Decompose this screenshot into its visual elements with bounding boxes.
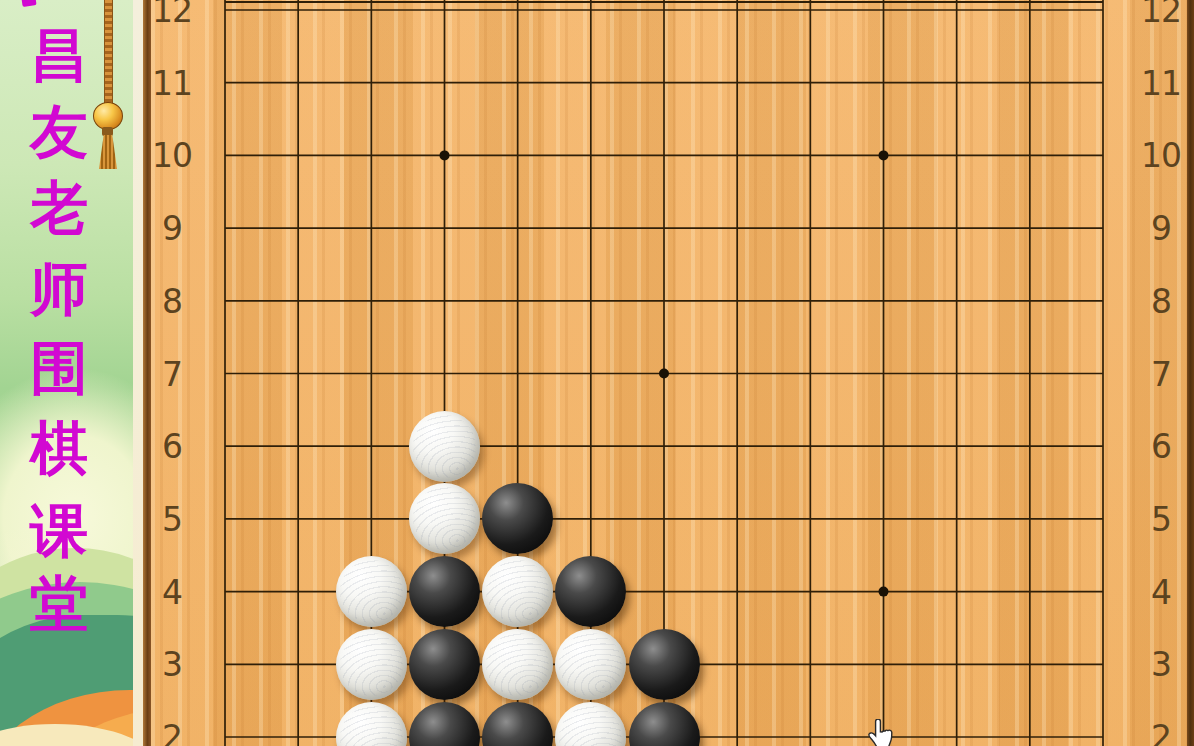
row-label-left: 4 bbox=[162, 572, 182, 611]
banner-character: 课 bbox=[0, 496, 118, 566]
cropped-top-character-fragment bbox=[21, 0, 36, 7]
star-point bbox=[879, 150, 889, 160]
row-label-right: 4 bbox=[1151, 572, 1171, 611]
board-right-border bbox=[1187, 0, 1194, 746]
go-board[interactable]: 1212111110109988776655443322 bbox=[151, 0, 1187, 746]
row-label-left: 8 bbox=[162, 281, 182, 320]
go-app-screen: 昌友老师围棋课堂 1212111110109988776655443322 bbox=[0, 0, 1194, 746]
banner-character: 堂 bbox=[0, 568, 118, 638]
banner-character: 围 bbox=[0, 333, 118, 403]
hand-cursor-icon bbox=[861, 719, 901, 746]
black-stone[interactable] bbox=[409, 629, 480, 700]
banner-character: 师 bbox=[0, 254, 118, 324]
row-label-left: 7 bbox=[162, 354, 182, 393]
row-label-left: 11 bbox=[152, 63, 192, 102]
banner-character: 昌 bbox=[0, 20, 118, 90]
banner-character: 老 bbox=[0, 173, 118, 243]
star-point bbox=[659, 369, 669, 379]
sidebar-edge-strip bbox=[133, 0, 143, 746]
white-stone[interactable] bbox=[336, 556, 407, 627]
tassel-collar-icon bbox=[102, 127, 113, 136]
row-label-right: 9 bbox=[1151, 209, 1171, 248]
black-stone[interactable] bbox=[629, 629, 700, 700]
white-stone[interactable] bbox=[482, 556, 553, 627]
white-stone[interactable] bbox=[409, 483, 480, 554]
row-label-right: 6 bbox=[1151, 427, 1171, 466]
row-label-left: 3 bbox=[162, 645, 182, 684]
tassel-bead-icon bbox=[93, 102, 123, 130]
star-point bbox=[879, 587, 889, 597]
banner-character: 棋 bbox=[0, 413, 118, 483]
row-label-right: 12 bbox=[1141, 0, 1181, 30]
row-label-left: 10 bbox=[152, 136, 192, 175]
white-stone[interactable] bbox=[555, 629, 626, 700]
row-label-right: 11 bbox=[1141, 63, 1181, 102]
white-stone[interactable] bbox=[336, 629, 407, 700]
tassel-cord-icon bbox=[104, 0, 113, 106]
sidebar-banner: 昌友老师围棋课堂 bbox=[0, 0, 133, 746]
row-label-left: 9 bbox=[162, 209, 182, 248]
white-stone[interactable] bbox=[409, 411, 480, 482]
star-point bbox=[440, 150, 450, 160]
board-left-border bbox=[143, 0, 151, 746]
row-label-right: 10 bbox=[1141, 136, 1181, 175]
row-label-right: 7 bbox=[1151, 354, 1171, 393]
black-stone[interactable] bbox=[409, 556, 480, 627]
row-label-right: 8 bbox=[1151, 281, 1171, 320]
row-label-right: 3 bbox=[1151, 645, 1171, 684]
row-label-left: 6 bbox=[162, 427, 182, 466]
row-label-left: 5 bbox=[162, 499, 182, 538]
row-label-right: 2 bbox=[1151, 718, 1171, 746]
row-label-left: 12 bbox=[152, 0, 192, 30]
row-label-left: 2 bbox=[162, 718, 182, 746]
black-stone[interactable] bbox=[555, 556, 626, 627]
row-label-right: 5 bbox=[1151, 499, 1171, 538]
white-stone[interactable] bbox=[482, 629, 553, 700]
